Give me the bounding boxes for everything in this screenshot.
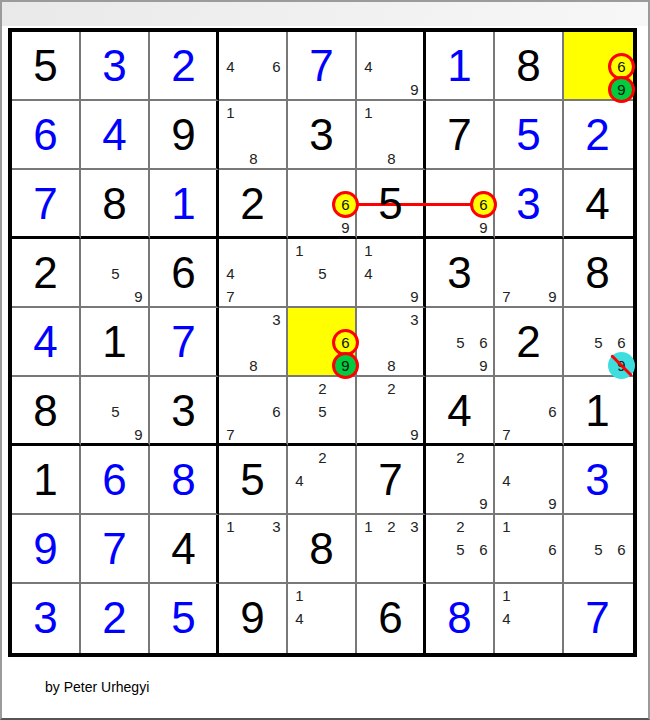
- given-digit: 4: [564, 170, 631, 237]
- sudoku-board: 5324674918696491831875278126956934259647…: [8, 28, 637, 657]
- candidate-8[interactable]: 8: [380, 147, 403, 170]
- cell-r1c3[interactable]: 2: [150, 32, 219, 101]
- solved-digit: 5: [150, 584, 217, 651]
- cell-r3c6[interactable]: 5: [357, 170, 426, 239]
- cell-r7c2[interactable]: 6: [81, 446, 150, 515]
- candidate-7[interactable]: 7: [219, 285, 242, 308]
- cell-r4c5[interactable]: 15: [288, 239, 357, 308]
- solved-digit: 3: [495, 170, 562, 237]
- candidate-9[interactable]: 9: [472, 216, 495, 239]
- candidate-3[interactable]: 3: [265, 308, 288, 331]
- cell-r6c9[interactable]: 1: [564, 377, 633, 446]
- cell-r8c1[interactable]: 9: [12, 515, 81, 584]
- candidate-3[interactable]: 3: [265, 515, 288, 538]
- cell-r5c6[interactable]: 38: [357, 308, 426, 377]
- candidate-9[interactable]: 9: [127, 285, 150, 308]
- cell-r6c2[interactable]: 59: [81, 377, 150, 446]
- given-digit: 4: [426, 377, 493, 444]
- green-circled-candidate-9[interactable]: 9: [332, 352, 359, 379]
- cell-r2c9[interactable]: 2: [564, 101, 633, 170]
- candidate-5[interactable]: 5: [587, 331, 610, 354]
- red-circled-candidate-6[interactable]: 6: [332, 191, 359, 218]
- candidate-6[interactable]: 6: [265, 400, 288, 423]
- candidate-9[interactable]: 9: [403, 78, 426, 101]
- solved-digit: 6: [81, 446, 148, 513]
- cell-r2c2[interactable]: 4: [81, 101, 150, 170]
- candidate-5[interactable]: 5: [104, 262, 127, 285]
- candidate-4[interactable]: 4: [219, 262, 242, 285]
- candidate-1[interactable]: 1: [219, 515, 242, 538]
- candidate-8[interactable]: 8: [242, 354, 265, 377]
- cell-r8c4[interactable]: 13: [219, 515, 288, 584]
- cell-r7c7[interactable]: 29: [426, 446, 495, 515]
- candidate-5[interactable]: 5: [587, 538, 610, 561]
- candidate-2[interactable]: 2: [311, 446, 334, 469]
- cell-r3c8[interactable]: 3: [495, 170, 564, 239]
- green-circled-candidate-9[interactable]: 9: [608, 76, 635, 103]
- cell-r4c7[interactable]: 3: [426, 239, 495, 308]
- candidate-9[interactable]: 9: [472, 354, 495, 377]
- cell-r4c6[interactable]: 149: [357, 239, 426, 308]
- cell-r9c4[interactable]: 9: [219, 584, 288, 653]
- cell-r7c4[interactable]: 5: [219, 446, 288, 515]
- solved-digit: 4: [81, 101, 148, 168]
- candidate-4[interactable]: 4: [219, 55, 242, 78]
- given-digit: 1: [564, 377, 631, 444]
- cell-r8c9[interactable]: 56: [564, 515, 633, 584]
- cell-r1c7[interactable]: 1: [426, 32, 495, 101]
- candidate-2[interactable]: 2: [380, 515, 403, 538]
- candidate-1[interactable]: 1: [495, 584, 518, 607]
- solved-digit: 3: [12, 584, 79, 651]
- candidate-3[interactable]: 3: [403, 515, 426, 538]
- solved-digit: 5: [495, 101, 562, 168]
- candidate-6[interactable]: 6: [541, 538, 564, 561]
- solved-digit: 6: [12, 101, 79, 168]
- cell-r3c1[interactable]: 7: [12, 170, 81, 239]
- candidate-5[interactable]: 5: [449, 331, 472, 354]
- candidate-9[interactable]: 9: [472, 492, 495, 515]
- cell-r1c6[interactable]: 49: [357, 32, 426, 101]
- solved-digit: 8: [426, 584, 493, 651]
- cell-r7c6[interactable]: 7: [357, 446, 426, 515]
- red-circled-candidate-6[interactable]: 6: [470, 191, 497, 218]
- given-digit: 2: [12, 239, 79, 306]
- cell-r3c3[interactable]: 1: [150, 170, 219, 239]
- cell-r4c1[interactable]: 2: [12, 239, 81, 308]
- candidate-4[interactable]: 4: [357, 55, 380, 78]
- cell-r5c1[interactable]: 4: [12, 308, 81, 377]
- cell-r9c7[interactable]: 8: [426, 584, 495, 653]
- candidate-4[interactable]: 4: [495, 607, 518, 630]
- cell-r9c5[interactable]: 14: [288, 584, 357, 653]
- solved-digit: 8: [150, 446, 217, 513]
- candidate-5[interactable]: 5: [311, 400, 334, 423]
- cell-r2c5[interactable]: 3: [288, 101, 357, 170]
- candidate-3[interactable]: 3: [403, 308, 426, 331]
- solved-digit: 2: [81, 584, 148, 651]
- given-digit: 2: [495, 308, 562, 375]
- solved-digit: 7: [564, 584, 631, 651]
- cell-r2c4[interactable]: 18: [219, 101, 288, 170]
- candidate-1[interactable]: 1: [219, 101, 242, 124]
- cell-r8c7[interactable]: 256: [426, 515, 495, 584]
- given-digit: 9: [150, 101, 217, 168]
- candidate-9[interactable]: 9: [541, 492, 564, 515]
- given-digit: 8: [288, 515, 355, 582]
- cell-r3c2[interactable]: 8: [81, 170, 150, 239]
- cell-r6c1[interactable]: 8: [12, 377, 81, 446]
- cell-r4c8[interactable]: 79: [495, 239, 564, 308]
- cell-r7c9[interactable]: 3: [564, 446, 633, 515]
- candidate-6[interactable]: 6: [472, 538, 495, 561]
- eliminated-candidate-9[interactable]: 9: [608, 352, 635, 379]
- cell-r9c2[interactable]: 2: [81, 584, 150, 653]
- solved-digit: 3: [564, 446, 631, 513]
- candidate-6[interactable]: 6: [472, 331, 495, 354]
- solved-digit: 7: [288, 32, 355, 99]
- candidate-4[interactable]: 4: [288, 469, 311, 492]
- elimination-slash-icon: [610, 354, 633, 377]
- cell-r5c3[interactable]: 7: [150, 308, 219, 377]
- candidate-1[interactable]: 1: [288, 584, 311, 607]
- solved-digit: 2: [150, 32, 217, 99]
- candidate-9[interactable]: 9: [334, 216, 357, 239]
- candidate-4[interactable]: 4: [288, 607, 311, 630]
- cell-r1c1[interactable]: 5: [12, 32, 81, 101]
- given-digit: 3: [150, 377, 217, 444]
- cell-r9c3[interactable]: 5: [150, 584, 219, 653]
- cell-r2c3[interactable]: 9: [150, 101, 219, 170]
- cell-r3c5[interactable]: 69: [288, 170, 357, 239]
- solved-digit: 3: [81, 32, 148, 99]
- given-digit: 5: [219, 446, 286, 513]
- candidate-1[interactable]: 1: [288, 239, 311, 262]
- candidate-5[interactable]: 5: [104, 400, 127, 423]
- given-digit: 7: [357, 446, 424, 513]
- given-digit: 6: [150, 239, 217, 306]
- solved-digit: 2: [564, 101, 631, 168]
- cell-r6c5[interactable]: 25: [288, 377, 357, 446]
- author-credit: by Peter Urhegyi: [45, 679, 149, 695]
- candidate-7[interactable]: 7: [495, 423, 518, 446]
- candidate-9[interactable]: 9: [127, 423, 150, 446]
- cell-r8c8[interactable]: 16: [495, 515, 564, 584]
- cell-r9c9[interactable]: 7: [564, 584, 633, 653]
- candidate-2[interactable]: 2: [311, 377, 334, 400]
- cell-r6c7[interactable]: 4: [426, 377, 495, 446]
- cell-r9c8[interactable]: 14: [495, 584, 564, 653]
- given-digit: 5: [12, 32, 79, 99]
- solved-digit: 7: [12, 170, 79, 237]
- cell-r7c8[interactable]: 49: [495, 446, 564, 515]
- cell-r6c6[interactable]: 29: [357, 377, 426, 446]
- given-digit: 6: [357, 584, 424, 651]
- candidate-1[interactable]: 1: [357, 101, 380, 124]
- cell-r2c1[interactable]: 6: [12, 101, 81, 170]
- cell-r5c5[interactable]: 69: [288, 308, 357, 377]
- candidate-8[interactable]: 8: [380, 354, 403, 377]
- cell-r8c6[interactable]: 123: [357, 515, 426, 584]
- candidate-1[interactable]: 1: [495, 515, 518, 538]
- given-digit: 8: [12, 377, 79, 444]
- candidate-9[interactable]: 9: [541, 285, 564, 308]
- candidate-1[interactable]: 1: [357, 515, 380, 538]
- candidate-8[interactable]: 8: [242, 147, 265, 170]
- candidate-2[interactable]: 2: [380, 377, 403, 400]
- given-digit: 8: [564, 239, 631, 306]
- cell-r1c2[interactable]: 3: [81, 32, 150, 101]
- cell-r2c6[interactable]: 18: [357, 101, 426, 170]
- cell-r7c5[interactable]: 24: [288, 446, 357, 515]
- candidate-2[interactable]: 2: [449, 515, 472, 538]
- candidate-6[interactable]: 6: [541, 400, 564, 423]
- candidate-5[interactable]: 5: [311, 262, 334, 285]
- cell-r5c8[interactable]: 2: [495, 308, 564, 377]
- cell-r4c2[interactable]: 59: [81, 239, 150, 308]
- cell-r5c7[interactable]: 569: [426, 308, 495, 377]
- cell-r3c4[interactable]: 2: [219, 170, 288, 239]
- cell-r4c4[interactable]: 47: [219, 239, 288, 308]
- cell-r8c3[interactable]: 4: [150, 515, 219, 584]
- solved-digit: 4: [12, 308, 79, 375]
- candidate-9[interactable]: 9: [403, 423, 426, 446]
- candidate-6[interactable]: 6: [265, 55, 288, 78]
- given-digit: 7: [426, 101, 493, 168]
- candidate-9[interactable]: 9: [403, 285, 426, 308]
- candidate-1[interactable]: 1: [357, 239, 380, 262]
- cell-r1c4[interactable]: 46: [219, 32, 288, 101]
- given-digit: 3: [288, 101, 355, 168]
- given-digit: 5: [357, 170, 424, 237]
- cell-r8c5[interactable]: 8: [288, 515, 357, 584]
- cell-r6c4[interactable]: 67: [219, 377, 288, 446]
- cell-r7c3[interactable]: 8: [150, 446, 219, 515]
- cell-r5c4[interactable]: 38: [219, 308, 288, 377]
- cell-r4c9[interactable]: 8: [564, 239, 633, 308]
- cell-r2c8[interactable]: 5: [495, 101, 564, 170]
- solved-digit: 7: [81, 515, 148, 582]
- candidate-7[interactable]: 7: [219, 423, 242, 446]
- cell-r6c3[interactable]: 3: [150, 377, 219, 446]
- given-digit: 1: [81, 308, 148, 375]
- sudoku-app-window: 5324674918696491831875278126956934259647…: [0, 0, 650, 720]
- solved-digit: 1: [426, 32, 493, 99]
- cell-r5c9[interactable]: 569: [564, 308, 633, 377]
- cell-r2c7[interactable]: 7: [426, 101, 495, 170]
- candidate-4[interactable]: 4: [357, 262, 380, 285]
- given-digit: 1: [12, 446, 79, 513]
- cell-r1c9[interactable]: 69: [564, 32, 633, 101]
- given-digit: 8: [81, 170, 148, 237]
- candidate-2[interactable]: 2: [449, 446, 472, 469]
- cell-r7c1[interactable]: 1: [12, 446, 81, 515]
- cell-r5c2[interactable]: 1: [81, 308, 150, 377]
- candidate-4[interactable]: 4: [495, 469, 518, 492]
- cell-r9c1[interactable]: 3: [12, 584, 81, 653]
- candidate-6[interactable]: 6: [610, 331, 633, 354]
- given-digit: 2: [219, 170, 286, 237]
- given-digit: 3: [426, 239, 493, 306]
- candidate-5[interactable]: 5: [449, 538, 472, 561]
- cell-r3c9[interactable]: 4: [564, 170, 633, 239]
- candidate-7[interactable]: 7: [495, 285, 518, 308]
- cell-r6c8[interactable]: 67: [495, 377, 564, 446]
- candidate-6[interactable]: 6: [610, 538, 633, 561]
- given-digit: 4: [150, 515, 217, 582]
- cell-r1c8[interactable]: 8: [495, 32, 564, 101]
- cell-r8c2[interactable]: 7: [81, 515, 150, 584]
- cell-r9c6[interactable]: 6: [357, 584, 426, 653]
- solved-digit: 7: [150, 308, 217, 375]
- cell-r1c5[interactable]: 7: [288, 32, 357, 101]
- cell-r4c3[interactable]: 6: [150, 239, 219, 308]
- given-digit: 9: [219, 584, 286, 651]
- given-digit: 8: [495, 32, 562, 99]
- solved-digit: 1: [150, 170, 217, 237]
- solved-digit: 9: [12, 515, 79, 582]
- toolbar-strip: [2, 2, 648, 26]
